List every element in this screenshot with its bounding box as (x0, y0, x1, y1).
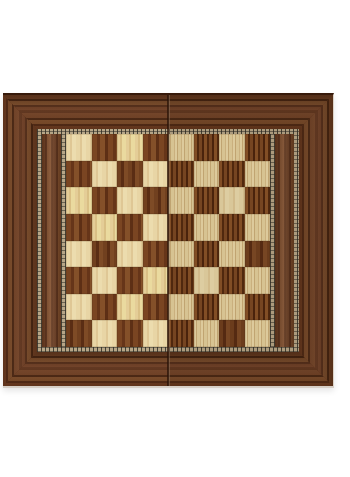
square-e5 (168, 214, 194, 241)
square-d4 (143, 241, 169, 268)
square-a3 (66, 267, 92, 294)
right-walnut-side-band (275, 134, 294, 347)
board-frame-left-rail (3, 95, 37, 386)
square-g5 (219, 214, 245, 241)
chess-board (3, 93, 334, 388)
mosaic-inlay-border (37, 129, 299, 352)
playing-field (66, 134, 270, 347)
square-d7 (143, 161, 169, 188)
square-e3 (168, 267, 194, 294)
square-g8 (219, 134, 245, 161)
board-frame-right-rail (299, 95, 333, 386)
square-g4 (219, 241, 245, 268)
square-g3 (219, 267, 245, 294)
board-frame-top-rail (3, 95, 333, 129)
square-e7 (168, 161, 194, 188)
square-h4 (245, 241, 271, 268)
square-c7 (117, 161, 143, 188)
square-a2 (66, 294, 92, 321)
square-b1 (92, 320, 118, 347)
square-c8 (117, 134, 143, 161)
square-h3 (245, 267, 271, 294)
square-f6 (194, 187, 220, 214)
square-c5 (117, 214, 143, 241)
square-f1 (194, 320, 220, 347)
square-a1 (66, 320, 92, 347)
square-h5 (245, 214, 271, 241)
square-b8 (92, 134, 118, 161)
square-b4 (92, 241, 118, 268)
square-e1 (168, 320, 194, 347)
square-a7 (66, 161, 92, 188)
square-d5 (143, 214, 169, 241)
square-b3 (92, 267, 118, 294)
square-c1 (117, 320, 143, 347)
square-f4 (194, 241, 220, 268)
square-g7 (219, 161, 245, 188)
square-h8 (245, 134, 271, 161)
square-e6 (168, 187, 194, 214)
square-d8 (143, 134, 169, 161)
square-g2 (219, 294, 245, 321)
square-b6 (92, 187, 118, 214)
square-g1 (219, 320, 245, 347)
square-d6 (143, 187, 169, 214)
square-b2 (92, 294, 118, 321)
product-photo-background: { "game": "chess", "description": "Empty… (0, 0, 350, 477)
square-c2 (117, 294, 143, 321)
square-f2 (194, 294, 220, 321)
square-d3 (143, 267, 169, 294)
inner-panel (42, 134, 294, 347)
square-h6 (245, 187, 271, 214)
square-a4 (66, 241, 92, 268)
square-a8 (66, 134, 92, 161)
square-f8 (194, 134, 220, 161)
square-c4 (117, 241, 143, 268)
square-f5 (194, 214, 220, 241)
square-h2 (245, 294, 271, 321)
square-c3 (117, 267, 143, 294)
board-frame-bottom-rail (3, 352, 333, 386)
square-a5 (66, 214, 92, 241)
square-d1 (143, 320, 169, 347)
square-h1 (245, 320, 271, 347)
square-b5 (92, 214, 118, 241)
square-c6 (117, 187, 143, 214)
square-f3 (194, 267, 220, 294)
square-f7 (194, 161, 220, 188)
left-walnut-side-band (42, 134, 61, 347)
square-b7 (92, 161, 118, 188)
square-e2 (168, 294, 194, 321)
square-a6 (66, 187, 92, 214)
square-g6 (219, 187, 245, 214)
square-e4 (168, 241, 194, 268)
square-e8 (168, 134, 194, 161)
square-d2 (143, 294, 169, 321)
square-h7 (245, 161, 271, 188)
